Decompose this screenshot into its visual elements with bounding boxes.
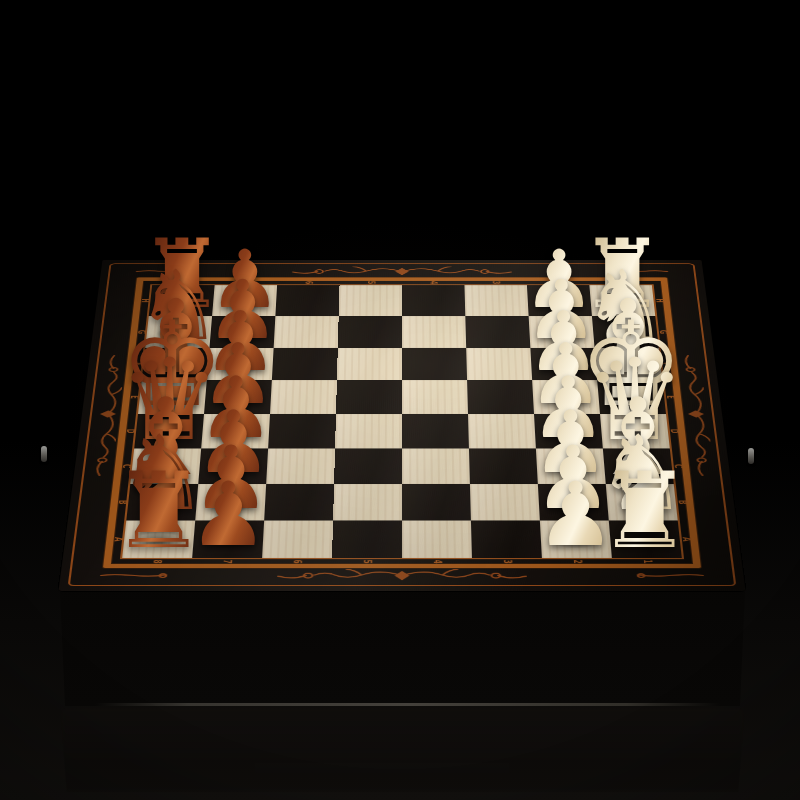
left-hinge-pin-icon <box>41 446 47 462</box>
scroll-accent-bottom-left <box>96 571 172 580</box>
square-h6[interactable] <box>275 285 339 316</box>
square-d3[interactable] <box>468 414 536 448</box>
square-c4[interactable] <box>402 448 470 483</box>
square-a3[interactable] <box>471 520 542 558</box>
box-bottom-edge-highlight <box>95 703 720 706</box>
square-c5[interactable] <box>334 448 402 483</box>
coord-top-6: 6 <box>304 281 314 284</box>
coord-bottom-5: 5 <box>362 560 373 564</box>
square-a4[interactable] <box>402 520 472 558</box>
coord-top-3: 3 <box>491 281 501 284</box>
coord-top-4: 4 <box>428 281 437 284</box>
square-f3[interactable] <box>466 348 532 381</box>
right-hinge-pin-icon <box>748 448 754 464</box>
square-b6[interactable] <box>264 484 334 521</box>
square-d4[interactable] <box>402 414 469 448</box>
scroll-ornament-bottom <box>242 569 563 582</box>
square-b5[interactable] <box>333 484 402 521</box>
square-b4[interactable] <box>402 484 471 521</box>
coord-bottom-3: 3 <box>502 560 513 564</box>
square-a5[interactable] <box>332 520 402 558</box>
square-d6[interactable] <box>268 414 336 448</box>
square-g6[interactable] <box>274 316 339 348</box>
coord-top-5: 5 <box>366 281 375 284</box>
square-e4[interactable] <box>402 380 468 414</box>
square-g5[interactable] <box>338 316 402 348</box>
square-g4[interactable] <box>402 316 466 348</box>
square-e5[interactable] <box>336 380 402 414</box>
piece-white-rook-a1[interactable]: ♜ <box>598 458 692 563</box>
scroll-ornament-top <box>261 267 544 277</box>
square-d5[interactable] <box>335 414 402 448</box>
square-h3[interactable] <box>464 285 528 316</box>
coord-bottom-6: 6 <box>292 560 303 564</box>
square-f5[interactable] <box>337 348 402 381</box>
square-e6[interactable] <box>270 380 337 414</box>
square-f4[interactable] <box>402 348 467 381</box>
square-b3[interactable] <box>470 484 540 521</box>
scene: 8877665544332211HHGGFFEEDDCCBBAA ♜♟♟♜♞♟♟… <box>0 0 800 800</box>
square-f6[interactable] <box>272 348 338 381</box>
coord-bottom-4: 4 <box>432 560 443 564</box>
scroll-accent-bottom-right <box>632 571 708 580</box>
square-e3[interactable] <box>467 380 534 414</box>
square-c3[interactable] <box>469 448 538 483</box>
square-h5[interactable] <box>339 285 402 316</box>
square-c6[interactable] <box>266 448 335 483</box>
square-h4[interactable] <box>402 285 465 316</box>
piece-black-pawn-a7[interactable]: ♟ <box>189 471 268 559</box>
square-g3[interactable] <box>465 316 530 348</box>
square-a6[interactable] <box>262 520 333 558</box>
